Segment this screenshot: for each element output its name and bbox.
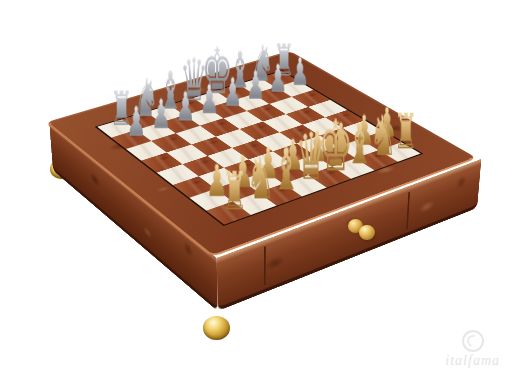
drawer-seam	[406, 192, 410, 230]
brass-foot-front	[203, 316, 230, 340]
silver-pawn: ♟	[114, 102, 160, 143]
chess-case-top: ♜♞♝♛♚♝♞♜♟♟♟♟♟♟♟♟♟♟♟♟♟♟♟♟♜♞♝♛♚♝♞♜	[45, 51, 477, 258]
gold-rook: ♜	[210, 165, 260, 218]
square-a1: ♜	[207, 202, 251, 225]
knob-ball	[359, 225, 375, 240]
product-photo-canvas: { "game": "chess", "scene": { "type": "p…	[0, 0, 513, 390]
watermark-logo-icon	[462, 330, 484, 352]
drawer-seam	[264, 246, 266, 285]
chess-case-scene: ♜♞♝♛♚♝♞♜♟♟♟♟♟♟♟♟♟♟♟♟♟♟♟♟♜♞♝♛♚♝♞♜	[101, 0, 411, 295]
watermark-text: italfama	[445, 354, 500, 368]
drawer-knob	[348, 216, 380, 242]
watermark: italfama	[445, 330, 500, 368]
